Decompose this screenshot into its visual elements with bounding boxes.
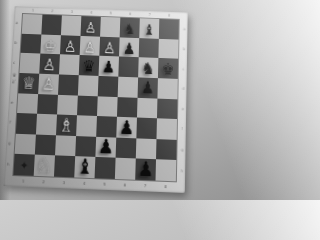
piece-bQ-r3c4[interactable]: ♛ xyxy=(82,58,96,74)
square-r8c1[interactable]: ✦ xyxy=(13,154,34,176)
square-r6c1[interactable] xyxy=(16,113,37,134)
square-r7c6[interactable] xyxy=(116,137,137,158)
square-r5c1[interactable] xyxy=(17,93,38,114)
piece-bN-r1c6[interactable]: ♞ xyxy=(124,22,136,37)
piece-bB-r1c7[interactable]: ♝ xyxy=(143,23,155,38)
coord-right-e: e xyxy=(182,107,185,111)
piece-wK-r2c2[interactable]: ♔ xyxy=(44,38,57,54)
coord-bottom-8: 8 xyxy=(164,185,167,189)
square-r5c6[interactable] xyxy=(117,97,138,118)
square-r2c3[interactable]: ♙ xyxy=(60,35,81,55)
square-r8c4[interactable]: ♝ xyxy=(74,156,95,178)
coord-bottom-2: 2 xyxy=(42,180,45,184)
coord-left-h: h xyxy=(7,162,10,166)
coord-left-f: f xyxy=(9,121,12,125)
piece-wQ-r4c1[interactable]: ♕ xyxy=(21,75,36,92)
brand-logo: ♕… xyxy=(11,73,18,83)
square-r5c2[interactable] xyxy=(37,94,58,115)
piece-bP-r2c6[interactable]: ♟ xyxy=(123,41,136,57)
piece-wB-r6c3[interactable]: ♗ xyxy=(59,116,75,135)
coord-top-5: 5 xyxy=(109,12,112,16)
square-r1c3[interactable] xyxy=(61,15,81,35)
square-r1c4[interactable]: ♙ xyxy=(80,16,100,36)
coord-right-a: a xyxy=(183,28,186,32)
square-r6c8[interactable] xyxy=(156,118,176,139)
square-r2c5[interactable]: ♙ xyxy=(99,36,119,56)
square-r3c3[interactable] xyxy=(59,54,80,75)
square-r3c7[interactable]: ♞ xyxy=(138,57,158,78)
piece-bP-r8c7[interactable]: ♟ xyxy=(137,158,154,179)
square-r7c5[interactable]: ♟ xyxy=(95,137,116,158)
coord-left-c: c xyxy=(13,61,16,65)
coord-top-3: 3 xyxy=(70,10,73,14)
square-r1c5[interactable] xyxy=(100,17,120,37)
square-r7c1[interactable] xyxy=(15,134,36,155)
square-r6c3[interactable]: ♗ xyxy=(56,115,77,136)
piece-bN-r3c7[interactable]: ♞ xyxy=(141,60,155,76)
piece-bP-r7c5[interactable]: ♟ xyxy=(98,137,114,157)
coord-bottom-1: 1 xyxy=(22,179,25,183)
coord-right-f: f xyxy=(181,128,184,132)
square-r3c4[interactable]: ♛ xyxy=(79,55,100,76)
square-r8c8[interactable] xyxy=(156,160,177,182)
square-r4c2[interactable]: ♙ xyxy=(38,74,59,95)
coord-top-8: 8 xyxy=(168,14,171,18)
coords-bottom: 12345678 xyxy=(13,179,176,189)
brand-logo-text: … xyxy=(12,77,16,82)
board-frame: 12345678 12345678 abcdefgh abcdefgh ♕… ♙… xyxy=(4,6,188,193)
square-r2c4[interactable]: ♙ xyxy=(80,36,100,56)
square-r2c2[interactable]: ♔ xyxy=(40,34,61,54)
coord-left-b: b xyxy=(14,41,17,45)
square-r8c5[interactable] xyxy=(95,157,116,179)
square-r1c6[interactable]: ♞ xyxy=(120,18,140,38)
coord-bottom-3: 3 xyxy=(62,181,65,185)
square-r4c1[interactable]: ♕ xyxy=(18,73,39,94)
coord-top-4: 4 xyxy=(90,11,93,15)
square-r4c8[interactable] xyxy=(157,78,177,99)
square-r4c5[interactable] xyxy=(98,76,119,97)
square-r1c2[interactable] xyxy=(41,15,62,35)
coord-top-6: 6 xyxy=(129,12,132,16)
piece-wP-r2c4[interactable]: ♙ xyxy=(83,39,96,55)
coord-right-c: c xyxy=(182,67,185,71)
piece-bP-r6c6[interactable]: ♟ xyxy=(119,118,135,137)
piece-wN-r8c2[interactable]: ♘ xyxy=(36,154,53,175)
square-r8c3[interactable] xyxy=(54,156,75,178)
square-r4c3[interactable] xyxy=(58,74,79,95)
square-r8c6[interactable] xyxy=(115,158,136,180)
square-r8c2[interactable]: ♘ xyxy=(34,155,55,177)
square-r4c7[interactable]: ♟ xyxy=(138,77,158,98)
square-r3c1[interactable] xyxy=(19,53,40,74)
piece-bP-r3c5[interactable]: ♟ xyxy=(102,59,116,75)
coords-right: abcdefgh xyxy=(180,20,185,182)
piece-bP-r4c7[interactable]: ♟ xyxy=(141,80,155,97)
coord-bottom-5: 5 xyxy=(103,183,106,187)
piece-bK-r3c8[interactable]: ♚ xyxy=(161,61,174,77)
square-r8c7[interactable]: ♟ xyxy=(135,159,156,181)
square-r6c6[interactable]: ♟ xyxy=(116,117,137,138)
square-r4c6[interactable] xyxy=(118,77,138,98)
coord-bottom-7: 7 xyxy=(144,184,147,188)
coord-right-h: h xyxy=(181,169,184,173)
square-r2c1[interactable] xyxy=(21,33,42,53)
square-r1c7[interactable]: ♝ xyxy=(139,18,159,38)
square-r4c4[interactable] xyxy=(78,75,99,96)
square-r2c7[interactable] xyxy=(139,38,159,58)
coord-right-d: d xyxy=(182,87,185,91)
square-r5c3[interactable] xyxy=(57,94,78,115)
square-r2c8[interactable] xyxy=(158,39,178,59)
coord-left-a: a xyxy=(15,22,18,26)
coord-bottom-6: 6 xyxy=(123,183,126,187)
square-r5c5[interactable] xyxy=(97,96,118,117)
coord-top-7: 7 xyxy=(148,13,151,17)
square-r5c7[interactable] xyxy=(137,97,157,118)
corner-compass-emblem: ✦ xyxy=(19,159,29,170)
piece-wP-r4c2[interactable]: ♙ xyxy=(41,76,56,93)
square-r6c7[interactable] xyxy=(136,118,157,139)
coord-right-b: b xyxy=(183,47,186,51)
square-r5c8[interactable] xyxy=(157,98,177,119)
piece-bB-r8c4[interactable]: ♝ xyxy=(76,156,93,177)
coord-bottom-4: 4 xyxy=(83,182,86,186)
coord-left-e: e xyxy=(11,101,14,105)
square-r5c4[interactable] xyxy=(77,95,98,116)
square-r3c2[interactable]: ♙ xyxy=(39,54,60,75)
square-r7c8[interactable] xyxy=(156,139,177,160)
coord-left-g: g xyxy=(8,142,11,146)
square-r1c8[interactable] xyxy=(159,19,179,39)
coord-top-1: 1 xyxy=(32,9,35,13)
square-r6c4[interactable] xyxy=(76,115,97,136)
square-r2c6[interactable]: ♟ xyxy=(119,37,139,57)
square-r7c3[interactable] xyxy=(55,135,76,156)
coord-top-2: 2 xyxy=(51,9,54,13)
piece-wP-r2c5[interactable]: ♙ xyxy=(103,40,116,56)
piece-wP-r1c4[interactable]: ♙ xyxy=(84,21,96,36)
square-r3c5[interactable]: ♟ xyxy=(99,56,119,77)
square-r1c1[interactable] xyxy=(22,14,43,34)
board-grid: ♙♞♝♔♙♙♙♟♙♛♟♞♚♕♙♟♗♟♟✦♘♝♟ xyxy=(13,14,178,181)
square-r3c6[interactable] xyxy=(118,57,138,78)
piece-wP-r2c3[interactable]: ♙ xyxy=(64,39,77,55)
square-r6c2[interactable] xyxy=(36,114,57,135)
coord-right-g: g xyxy=(181,148,184,152)
square-r3c8[interactable]: ♚ xyxy=(158,58,178,79)
chess-board: 12345678 12345678 abcdefgh abcdefgh ♕… ♙… xyxy=(4,6,188,193)
piece-wP-r3c2[interactable]: ♙ xyxy=(43,57,57,73)
